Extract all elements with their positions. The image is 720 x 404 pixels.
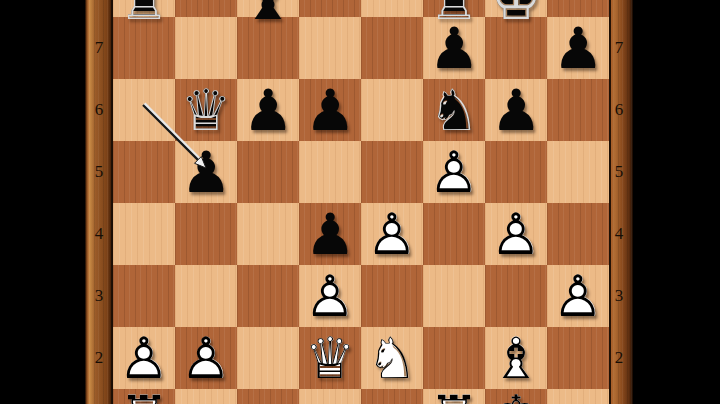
square-c3[interactable] bbox=[237, 265, 299, 327]
square-b3[interactable] bbox=[175, 265, 237, 327]
rank-label-7: 7 bbox=[611, 38, 627, 58]
square-b7[interactable] bbox=[175, 17, 237, 79]
piece-white-pawn[interactable]: ♟♙ bbox=[423, 141, 485, 203]
pawn-glyph: ♟ bbox=[299, 203, 361, 265]
square-c4[interactable] bbox=[237, 203, 299, 265]
piece-white-pawn[interactable]: ♟♙ bbox=[361, 203, 423, 265]
knight-detail-lines: ♘ bbox=[423, 79, 485, 141]
square-h5[interactable] bbox=[547, 141, 609, 203]
square-b6[interactable]: ♛♕ bbox=[175, 79, 237, 141]
bishop-detail-lines: ♗ bbox=[485, 327, 547, 389]
square-e5[interactable] bbox=[361, 141, 423, 203]
piece-black-pawn[interactable]: ♟ bbox=[299, 203, 361, 265]
rank-label-7: 7 bbox=[91, 38, 107, 58]
square-g3[interactable] bbox=[485, 265, 547, 327]
square-d7[interactable] bbox=[299, 17, 361, 79]
piece-black-king[interactable]: ♚♔ bbox=[485, 0, 547, 30]
square-c5[interactable] bbox=[237, 141, 299, 203]
square-b2[interactable]: ♟♙ bbox=[175, 327, 237, 389]
square-c2[interactable] bbox=[237, 327, 299, 389]
piece-white-bishop[interactable]: ♝♗ bbox=[485, 327, 547, 389]
square-b4[interactable] bbox=[175, 203, 237, 265]
square-f6[interactable]: ♞♘ bbox=[423, 79, 485, 141]
square-a3[interactable] bbox=[113, 265, 175, 327]
square-a5[interactable] bbox=[113, 141, 175, 203]
pawn-glyph: ♟ bbox=[423, 17, 485, 79]
square-b5[interactable]: ♟ bbox=[175, 141, 237, 203]
piece-black-pawn[interactable]: ♟ bbox=[547, 17, 609, 79]
piece-white-queen[interactable]: ♛♕ bbox=[299, 327, 361, 389]
square-e7[interactable] bbox=[361, 17, 423, 79]
queen-detail-lines: ♕ bbox=[299, 327, 361, 389]
king-detail-lines: ♔ bbox=[485, 0, 547, 30]
rank-label-4: 4 bbox=[611, 224, 627, 244]
square-d2[interactable]: ♛♕ bbox=[299, 327, 361, 389]
square-g5[interactable] bbox=[485, 141, 547, 203]
video-frame: { "game": "chess", "position": "r1b2rk1/… bbox=[0, 0, 720, 404]
piece-white-pawn[interactable]: ♟♙ bbox=[175, 327, 237, 389]
knight-detail-lines: ♘ bbox=[361, 327, 423, 389]
piece-white-pawn[interactable]: ♟♙ bbox=[113, 327, 175, 389]
square-d6[interactable]: ♟ bbox=[299, 79, 361, 141]
square-g8[interactable]: ♚♔ bbox=[485, 0, 547, 17]
rank-label-5: 5 bbox=[611, 162, 627, 182]
piece-white-pawn[interactable]: ♟♙ bbox=[485, 203, 547, 265]
square-d4[interactable]: ♟ bbox=[299, 203, 361, 265]
square-c8[interactable]: ♝ bbox=[237, 0, 299, 17]
rank-label-2: 2 bbox=[611, 348, 627, 368]
square-f2[interactable] bbox=[423, 327, 485, 389]
queen-detail-lines: ♕ bbox=[175, 79, 237, 141]
square-f3[interactable] bbox=[423, 265, 485, 327]
pawn-glyph: ♟ bbox=[237, 79, 299, 141]
piece-white-knight[interactable]: ♞♘ bbox=[361, 327, 423, 389]
rank-label-2: 2 bbox=[91, 348, 107, 368]
rook-detail-lines: ♖ bbox=[423, 385, 485, 404]
square-h1[interactable] bbox=[547, 389, 609, 404]
square-c6[interactable]: ♟ bbox=[237, 79, 299, 141]
square-a2[interactable]: ♟♙ bbox=[113, 327, 175, 389]
square-e6[interactable] bbox=[361, 79, 423, 141]
square-d3[interactable]: ♟♙ bbox=[299, 265, 361, 327]
piece-white-king[interactable]: ♚♔ bbox=[485, 385, 547, 404]
pawn-glyph: ♟ bbox=[175, 141, 237, 203]
pawn-glyph: ♟ bbox=[299, 79, 361, 141]
rank-label-6: 6 bbox=[91, 100, 107, 120]
square-g2[interactable]: ♝♗ bbox=[485, 327, 547, 389]
square-f4[interactable] bbox=[423, 203, 485, 265]
piece-black-rook[interactable]: ♜♖ bbox=[113, 0, 175, 30]
piece-white-pawn[interactable]: ♟♙ bbox=[299, 265, 361, 327]
board-wood-border-left bbox=[85, 0, 113, 404]
pawn-detail-lines: ♙ bbox=[361, 203, 423, 265]
piece-black-bishop[interactable]: ♝ bbox=[237, 0, 299, 30]
square-d5[interactable] bbox=[299, 141, 361, 203]
chess-board-frame: ♜♖♝♜♖♚♔♟♟♛♕♟♟♞♘♟♟♟♙♟♟♙♟♙♟♙♟♙♟♙♟♙♛♕♞♘♝♗♜♖… bbox=[85, 0, 633, 404]
square-a8[interactable]: ♜♖ bbox=[113, 0, 175, 17]
square-e1[interactable] bbox=[361, 389, 423, 404]
piece-black-pawn[interactable]: ♟ bbox=[485, 79, 547, 141]
rank-label-3: 3 bbox=[611, 286, 627, 306]
square-g1[interactable]: ♚♔ bbox=[485, 389, 547, 404]
square-h4[interactable] bbox=[547, 203, 609, 265]
rank-label-3: 3 bbox=[91, 286, 107, 306]
bishop-glyph: ♝ bbox=[237, 0, 299, 30]
piece-white-pawn[interactable]: ♟♙ bbox=[547, 265, 609, 327]
piece-black-knight[interactable]: ♞♘ bbox=[423, 79, 485, 141]
rank-label-6: 6 bbox=[611, 100, 627, 120]
king-detail-lines: ♔ bbox=[485, 385, 547, 404]
square-d8[interactable] bbox=[299, 0, 361, 17]
square-h6[interactable] bbox=[547, 79, 609, 141]
square-h2[interactable] bbox=[547, 327, 609, 389]
square-e2[interactable]: ♞♘ bbox=[361, 327, 423, 389]
pawn-detail-lines: ♙ bbox=[485, 203, 547, 265]
pawn-detail-lines: ♙ bbox=[113, 327, 175, 389]
piece-white-rook[interactable]: ♜♖ bbox=[113, 385, 175, 404]
rank-label-4: 4 bbox=[91, 224, 107, 244]
square-b1[interactable] bbox=[175, 389, 237, 404]
square-a4[interactable] bbox=[113, 203, 175, 265]
pawn-glyph: ♟ bbox=[547, 17, 609, 79]
rook-detail-lines: ♖ bbox=[113, 0, 175, 30]
pawn-detail-lines: ♙ bbox=[547, 265, 609, 327]
square-f1[interactable]: ♜♖ bbox=[423, 389, 485, 404]
square-c1[interactable] bbox=[237, 389, 299, 404]
square-g6[interactable]: ♟ bbox=[485, 79, 547, 141]
chess-board[interactable]: ♜♖♝♜♖♚♔♟♟♛♕♟♟♞♘♟♟♟♙♟♟♙♟♙♟♙♟♙♟♙♟♙♛♕♞♘♝♗♜♖… bbox=[113, 0, 609, 404]
pawn-detail-lines: ♙ bbox=[423, 141, 485, 203]
square-a6[interactable] bbox=[113, 79, 175, 141]
square-g4[interactable]: ♟♙ bbox=[485, 203, 547, 265]
rank-label-5: 5 bbox=[91, 162, 107, 182]
piece-black-queen[interactable]: ♛♕ bbox=[175, 79, 237, 141]
piece-white-rook[interactable]: ♜♖ bbox=[423, 385, 485, 404]
piece-black-pawn[interactable]: ♟ bbox=[299, 79, 361, 141]
piece-black-pawn[interactable]: ♟ bbox=[175, 141, 237, 203]
square-a1[interactable]: ♜♖ bbox=[113, 389, 175, 404]
square-f7[interactable]: ♟ bbox=[423, 17, 485, 79]
square-b8[interactable] bbox=[175, 0, 237, 17]
square-f5[interactable]: ♟♙ bbox=[423, 141, 485, 203]
board-wood-border-right bbox=[609, 0, 633, 404]
piece-black-pawn[interactable]: ♟ bbox=[237, 79, 299, 141]
pawn-detail-lines: ♙ bbox=[299, 265, 361, 327]
pawn-detail-lines: ♙ bbox=[175, 327, 237, 389]
piece-black-pawn[interactable]: ♟ bbox=[423, 17, 485, 79]
square-h3[interactable]: ♟♙ bbox=[547, 265, 609, 327]
square-h7[interactable]: ♟ bbox=[547, 17, 609, 79]
rook-detail-lines: ♖ bbox=[113, 385, 175, 404]
square-e3[interactable] bbox=[361, 265, 423, 327]
square-d1[interactable] bbox=[299, 389, 361, 404]
square-e8[interactable] bbox=[361, 0, 423, 17]
square-e4[interactable]: ♟♙ bbox=[361, 203, 423, 265]
pawn-glyph: ♟ bbox=[485, 79, 547, 141]
